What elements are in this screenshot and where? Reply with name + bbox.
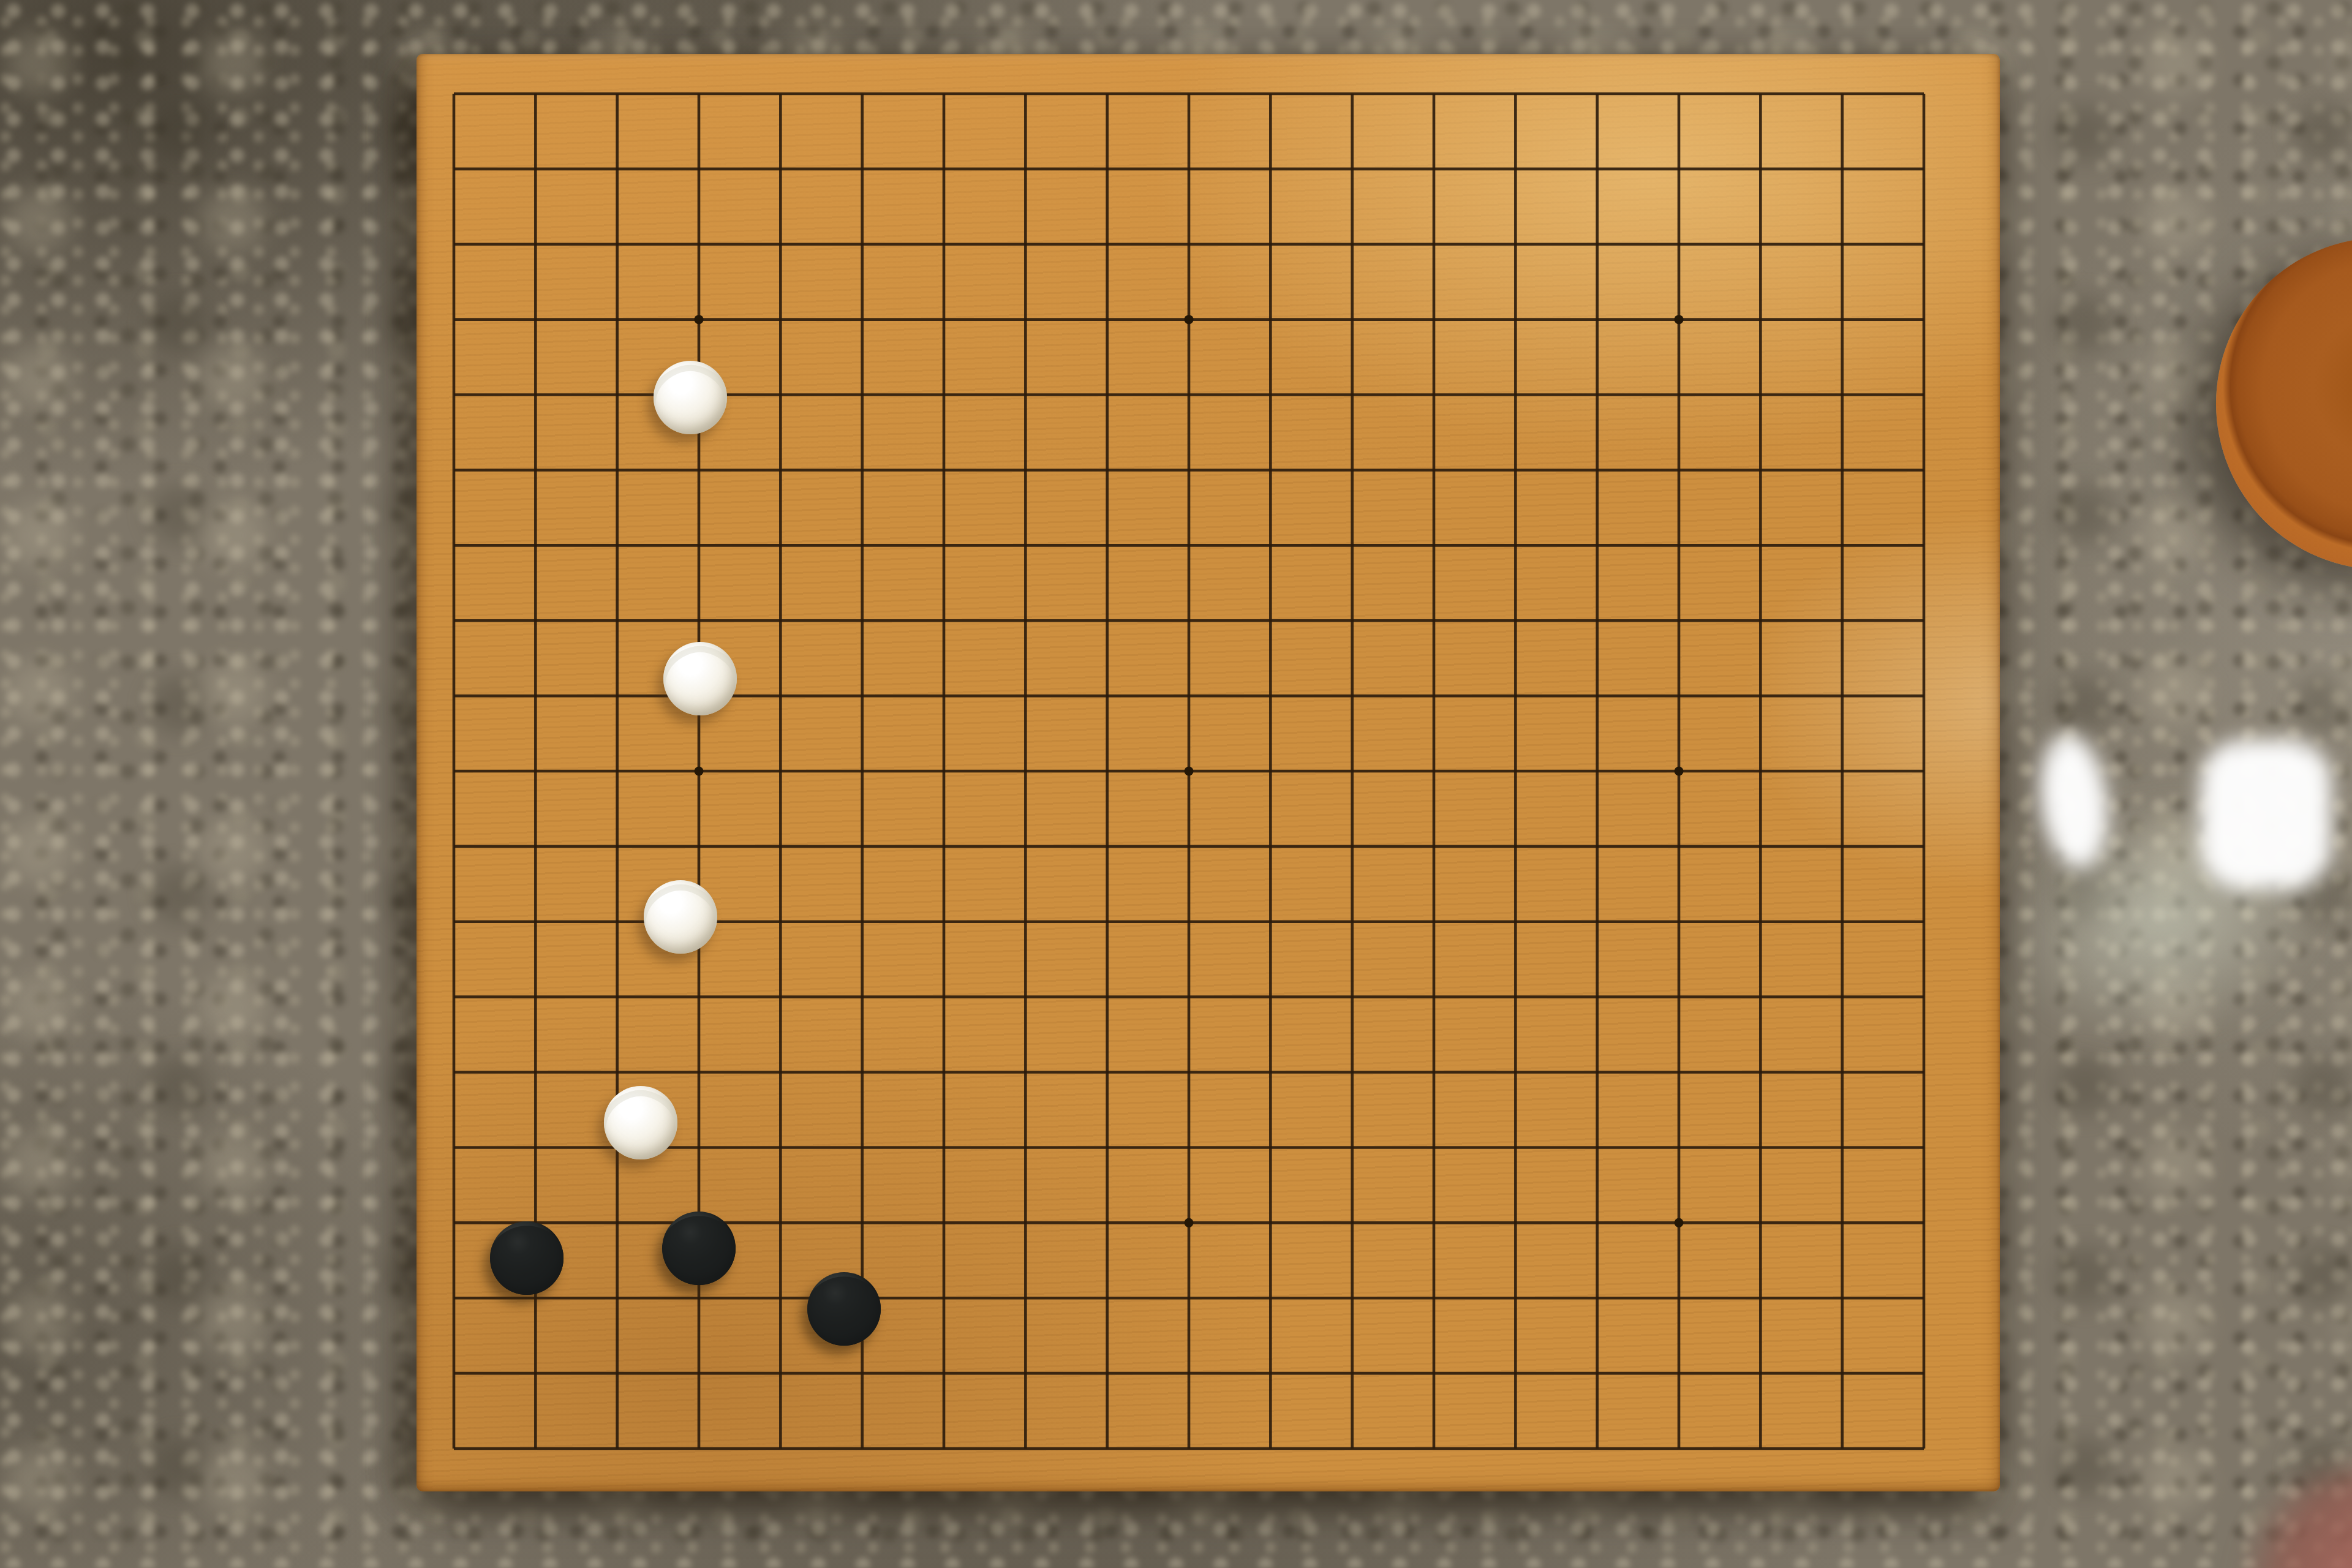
stone-white-D11[interactable]: ○ xyxy=(663,642,737,715)
black-stone-glyph: ● xyxy=(807,1272,881,1346)
white-stone-glyph: ○ xyxy=(654,361,727,434)
stone-black-F3[interactable]: ● xyxy=(807,1272,881,1346)
white-stone-glyph: ○ xyxy=(604,1086,677,1159)
black-stone-glyph: ● xyxy=(490,1221,563,1295)
white-stone-glyph: ○ xyxy=(663,642,737,715)
stone-white-D15[interactable]: ○ xyxy=(654,361,727,434)
hoshi-point xyxy=(1185,767,1194,776)
hoshi-point xyxy=(1185,1218,1194,1227)
hoshi-point xyxy=(695,767,704,776)
stone-black-B4[interactable]: ● xyxy=(490,1221,563,1295)
stone-white-D8[interactable]: ○ xyxy=(644,880,717,954)
white-stone-glyph: ○ xyxy=(644,880,717,954)
stone-black-D4[interactable]: ● xyxy=(662,1212,736,1285)
photo-scene: ○○○○●●● xyxy=(0,0,2352,1568)
hoshi-point xyxy=(1675,1218,1684,1227)
hoshi-point xyxy=(1185,315,1194,324)
stone-white-C5[interactable]: ○ xyxy=(604,1086,677,1159)
hoshi-point xyxy=(1675,767,1684,776)
go-board[interactable]: ○○○○●●● xyxy=(417,54,2000,1491)
hoshi-point xyxy=(695,315,704,324)
hoshi-point xyxy=(1675,315,1684,324)
light-reflection-large xyxy=(2200,740,2331,889)
black-stone-glyph: ● xyxy=(662,1212,736,1285)
